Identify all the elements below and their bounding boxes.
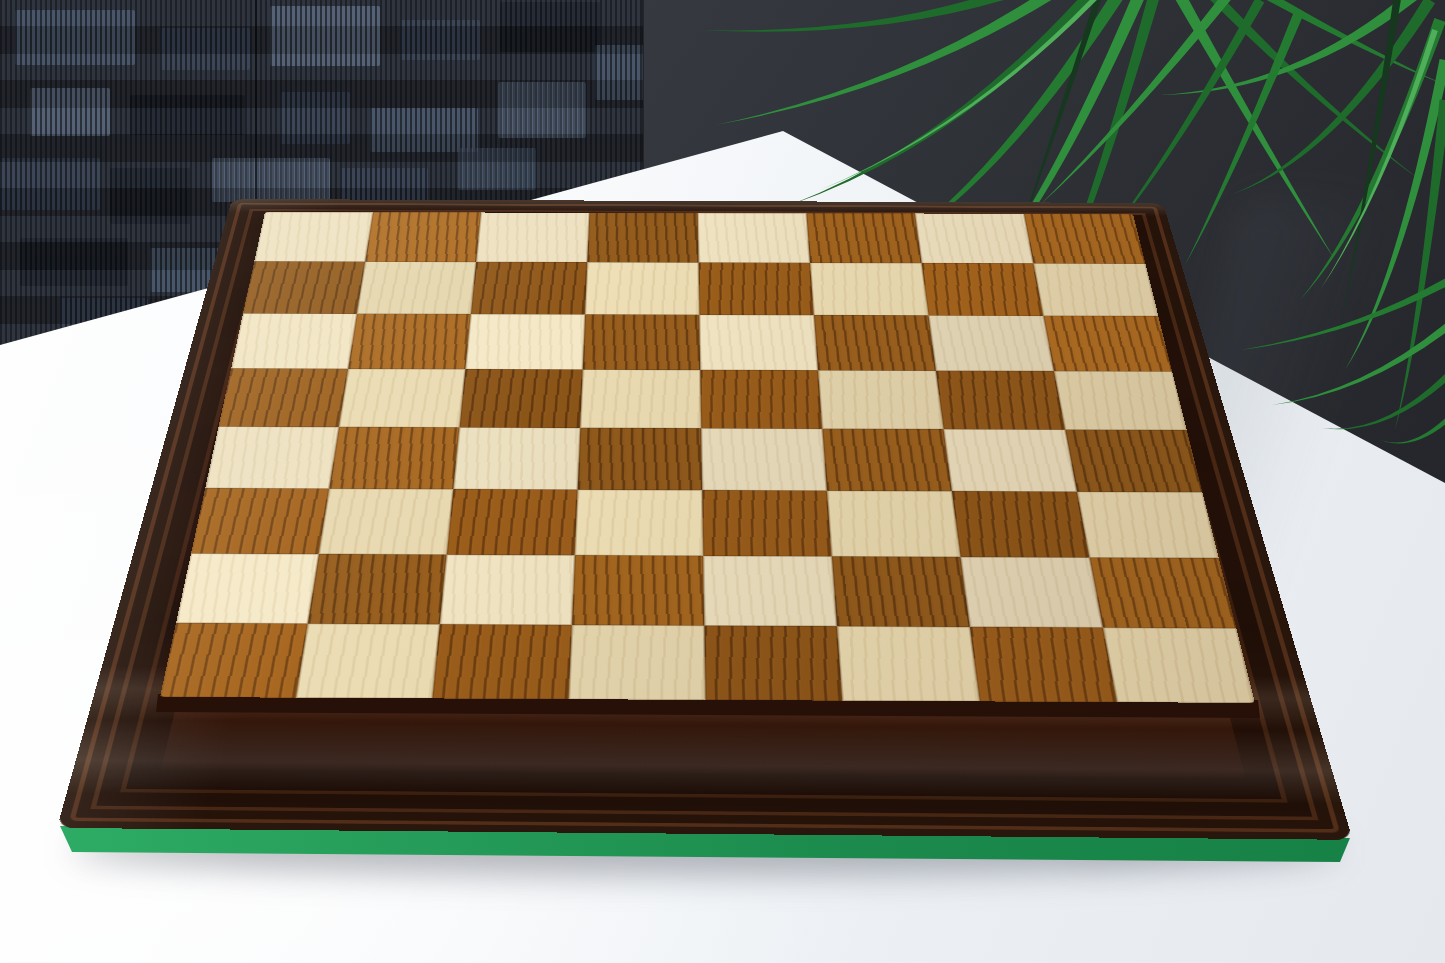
wall-mosaic-patch: [595, 45, 645, 100]
square-d4[interactable]: [578, 428, 703, 490]
square-b3[interactable]: [319, 489, 454, 555]
wall-mosaic-patch: [160, 28, 250, 70]
square-c4[interactable]: [453, 427, 580, 489]
wall-mosaic-patch: [280, 92, 350, 144]
square-d2[interactable]: [572, 555, 704, 625]
square-c6[interactable]: [465, 314, 585, 369]
square-f4[interactable]: [822, 429, 952, 491]
square-c1[interactable]: [432, 624, 572, 699]
square-g5[interactable]: [936, 371, 1065, 430]
square-c5[interactable]: [459, 369, 582, 428]
square-a1[interactable]: [160, 623, 308, 698]
square-d5[interactable]: [580, 370, 701, 429]
square-b7[interactable]: [357, 262, 476, 314]
square-a4[interactable]: [205, 427, 339, 489]
square-a7[interactable]: [243, 261, 365, 313]
wall-mosaic-patch: [30, 88, 110, 136]
wall-seam-line-2: [642, 0, 644, 171]
square-c2[interactable]: [440, 555, 575, 625]
wall-mosaic-patch: [15, 10, 135, 65]
square-h4[interactable]: [1065, 430, 1202, 493]
square-b4[interactable]: [329, 427, 459, 489]
wall-mosaic-patch: [270, 6, 380, 66]
wall-mosaic-patch: [500, 2, 600, 52]
square-h7[interactable]: [1033, 263, 1158, 316]
square-e8[interactable]: [698, 213, 810, 263]
square-g6[interactable]: [929, 315, 1054, 371]
square-g4[interactable]: [944, 429, 1077, 491]
wall-mosaic-patch: [498, 82, 586, 138]
square-h3[interactable]: [1077, 492, 1219, 558]
square-g2[interactable]: [961, 557, 1103, 628]
wall-mosaic-patch: [370, 108, 478, 152]
square-d1[interactable]: [569, 625, 706, 700]
square-b5[interactable]: [339, 369, 465, 428]
square-e5[interactable]: [700, 370, 822, 429]
square-h5[interactable]: [1054, 371, 1187, 430]
square-f7[interactable]: [810, 263, 929, 316]
wall-mosaic-patch: [400, 20, 480, 60]
square-e6[interactable]: [699, 315, 818, 371]
square-f8[interactable]: [806, 213, 921, 263]
square-a3[interactable]: [191, 488, 329, 554]
wall-mosaic-patch: [20, 238, 128, 286]
square-f6[interactable]: [814, 315, 936, 371]
square-c3[interactable]: [447, 489, 578, 555]
wall-mosaic-patch: [458, 148, 536, 190]
square-b1[interactable]: [296, 624, 440, 699]
square-d8[interactable]: [587, 213, 698, 263]
square-e3[interactable]: [702, 490, 832, 556]
square-e4[interactable]: [701, 428, 827, 490]
square-g3[interactable]: [952, 491, 1090, 557]
board-grid: [160, 212, 1255, 703]
square-f5[interactable]: [818, 370, 944, 429]
square-d6[interactable]: [583, 314, 701, 370]
square-h8[interactable]: [1024, 214, 1145, 264]
wall-mosaic-patch: [212, 158, 330, 202]
square-g8[interactable]: [915, 213, 1033, 263]
wall-mosaic-patch: [130, 95, 245, 135]
square-a8[interactable]: [254, 212, 373, 262]
product-photo-scene: [0, 0, 1445, 963]
square-h2[interactable]: [1090, 558, 1237, 629]
square-c7[interactable]: [471, 262, 587, 314]
square-g7[interactable]: [922, 263, 1044, 316]
square-f1[interactable]: [837, 626, 980, 701]
square-a2[interactable]: [176, 553, 319, 623]
square-b6[interactable]: [348, 314, 471, 369]
wall-mosaic-patch: [0, 158, 100, 210]
square-h1[interactable]: [1103, 628, 1255, 703]
square-b2[interactable]: [308, 554, 447, 624]
square-e2[interactable]: [703, 556, 837, 626]
square-g1[interactable]: [970, 627, 1117, 702]
square-a5[interactable]: [219, 368, 349, 427]
square-d3[interactable]: [575, 490, 703, 556]
square-c8[interactable]: [476, 212, 589, 262]
square-f3[interactable]: [827, 491, 961, 557]
square-e7[interactable]: [699, 263, 814, 316]
square-d7[interactable]: [585, 262, 699, 315]
square-e1[interactable]: [704, 626, 842, 701]
square-a6[interactable]: [231, 313, 357, 368]
square-b8[interactable]: [365, 212, 481, 262]
wall-mosaic-patch: [110, 168, 190, 224]
square-h6[interactable]: [1043, 316, 1172, 372]
square-f2[interactable]: [832, 556, 970, 627]
